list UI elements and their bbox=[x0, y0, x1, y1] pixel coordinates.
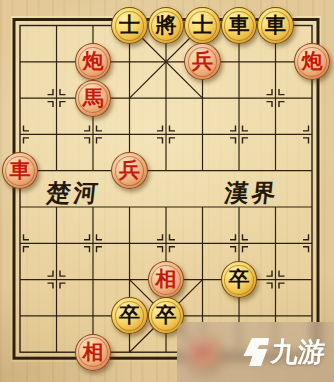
board-point-0-3 bbox=[2, 116, 39, 152]
jiuyou-g-logo-icon bbox=[241, 337, 270, 367]
board-point-1-7 bbox=[38, 261, 75, 297]
river-label-chu-he: 楚河 bbox=[46, 177, 103, 203]
board-point-2-1: 炮 bbox=[75, 44, 112, 80]
piece-character: 馬 bbox=[83, 87, 104, 108]
board-point-0-5 bbox=[2, 189, 39, 225]
board-point-3-9 bbox=[111, 334, 148, 370]
board-point-6-0: 車 bbox=[221, 7, 258, 43]
board-point-3-8: 卒 bbox=[111, 298, 148, 334]
board-point-4-3 bbox=[148, 116, 185, 152]
board-point-1-1 bbox=[38, 44, 75, 80]
board-point-3-2 bbox=[111, 80, 148, 116]
piece-character: 相 bbox=[156, 268, 177, 289]
board-point-2-7 bbox=[75, 261, 112, 297]
board-point-8-1: 炮 bbox=[294, 44, 331, 80]
board-point-0-6 bbox=[2, 225, 39, 261]
piece-character: 兵 bbox=[192, 50, 213, 71]
piece-character: 將 bbox=[156, 14, 177, 35]
board-point-0-9 bbox=[2, 334, 39, 370]
piece-character: 相 bbox=[83, 341, 104, 362]
board-point-4-0: 將 bbox=[148, 7, 185, 43]
board-point-0-0 bbox=[2, 7, 39, 43]
board-point-6-6 bbox=[221, 225, 258, 261]
piece-black-advisor[interactable]: 士 bbox=[111, 7, 148, 44]
board-point-7-6 bbox=[257, 225, 294, 261]
board-point-1-8 bbox=[38, 298, 75, 334]
board-point-4-5 bbox=[148, 189, 185, 225]
board-point-0-7 bbox=[2, 261, 39, 297]
board-point-3-5 bbox=[111, 189, 148, 225]
board-point-4-7: 相 bbox=[148, 261, 185, 297]
board-point-0-2 bbox=[2, 80, 39, 116]
piece-black-soldier[interactable]: 卒 bbox=[111, 297, 148, 334]
piece-character: 車 bbox=[10, 159, 31, 180]
piece-character: 車 bbox=[229, 14, 250, 35]
piece-red-elephant[interactable]: 相 bbox=[75, 334, 112, 371]
piece-character: 卒 bbox=[119, 304, 140, 325]
board-point-7-7 bbox=[257, 261, 294, 297]
piece-character: 卒 bbox=[156, 304, 177, 325]
piece-character: 士 bbox=[192, 14, 213, 35]
board-point-2-6 bbox=[75, 225, 112, 261]
board-point-4-4 bbox=[148, 153, 185, 189]
piece-red-cannon[interactable]: 炮 bbox=[294, 43, 331, 80]
board-point-6-7: 卒 bbox=[221, 261, 258, 297]
board-point-4-2 bbox=[148, 80, 185, 116]
board-point-2-8 bbox=[75, 298, 112, 334]
piece-red-horse[interactable]: 馬 bbox=[75, 80, 112, 117]
board-point-4-1 bbox=[148, 44, 185, 80]
board-point-8-4 bbox=[294, 153, 331, 189]
board-point-3-7 bbox=[111, 261, 148, 297]
piece-character: 士 bbox=[119, 14, 140, 35]
piece-red-soldier[interactable]: 兵 bbox=[111, 152, 148, 189]
board-point-7-1 bbox=[257, 44, 294, 80]
board-point-5-1: 兵 bbox=[184, 44, 221, 80]
board-point-7-0: 車 bbox=[257, 7, 294, 43]
board-point-5-4 bbox=[184, 153, 221, 189]
board-point-3-1 bbox=[111, 44, 148, 80]
board-point-8-0 bbox=[294, 7, 331, 43]
board-point-8-2 bbox=[294, 80, 331, 116]
board-point-5-2 bbox=[184, 80, 221, 116]
piece-black-chariot[interactable]: 車 bbox=[221, 7, 258, 44]
board-point-3-4: 兵 bbox=[111, 153, 148, 189]
river-label-han-jie: 漢界 bbox=[224, 177, 281, 203]
board-point-1-6 bbox=[38, 225, 75, 261]
piece-black-chariot[interactable]: 車 bbox=[257, 7, 294, 44]
piece-character: 炮 bbox=[302, 50, 323, 71]
piece-black-advisor[interactable]: 士 bbox=[184, 7, 221, 44]
board-point-3-3 bbox=[111, 116, 148, 152]
board-point-5-7 bbox=[184, 261, 221, 297]
xiangqi-screenshot: 楚河 漢界 士將士車車炮兵炮馬車兵相卒卒卒相帥 九游 bbox=[0, 0, 334, 382]
piece-character: 炮 bbox=[83, 50, 104, 71]
board-point-0-1 bbox=[2, 44, 39, 80]
piece-black-soldier[interactable]: 卒 bbox=[221, 261, 258, 298]
board-point-7-2 bbox=[257, 80, 294, 116]
piece-black-general[interactable]: 將 bbox=[148, 7, 185, 44]
board-point-5-6 bbox=[184, 225, 221, 261]
board-point-7-3 bbox=[257, 116, 294, 152]
board-point-8-6 bbox=[294, 225, 331, 261]
watermark-overlay: 九游 bbox=[177, 322, 334, 382]
board-point-2-9: 相 bbox=[75, 334, 112, 370]
board-point-1-0 bbox=[38, 7, 75, 43]
piece-red-cannon[interactable]: 炮 bbox=[75, 43, 112, 80]
board-point-8-5 bbox=[294, 189, 331, 225]
board-point-3-6 bbox=[111, 225, 148, 261]
board-point-4-6 bbox=[148, 225, 185, 261]
piece-red-chariot[interactable]: 車 bbox=[2, 152, 39, 189]
board-point-6-2 bbox=[221, 80, 258, 116]
board-point-5-5 bbox=[184, 189, 221, 225]
board-point-6-1 bbox=[221, 44, 258, 80]
board-point-8-3 bbox=[294, 116, 331, 152]
board-point-8-7 bbox=[294, 261, 331, 297]
watermark-site-name: 九游 bbox=[270, 339, 326, 366]
board-point-2-2: 馬 bbox=[75, 80, 112, 116]
board-point-2-0 bbox=[75, 7, 112, 43]
board-point-5-0: 士 bbox=[184, 7, 221, 43]
board-point-6-3 bbox=[221, 116, 258, 152]
board-point-0-4: 車 bbox=[2, 153, 39, 189]
piece-red-elephant[interactable]: 相 bbox=[148, 261, 185, 298]
board-point-1-9 bbox=[38, 334, 75, 370]
piece-character: 卒 bbox=[229, 268, 250, 289]
piece-character: 車 bbox=[265, 14, 286, 35]
board-point-1-2 bbox=[38, 80, 75, 116]
board-point-5-3 bbox=[184, 116, 221, 152]
board-point-1-3 bbox=[38, 116, 75, 152]
board-point-3-0: 士 bbox=[111, 7, 148, 43]
board-point-2-3 bbox=[75, 116, 112, 152]
piece-character: 兵 bbox=[119, 159, 140, 180]
piece-red-soldier[interactable]: 兵 bbox=[184, 43, 221, 80]
board-point-0-8 bbox=[2, 298, 39, 334]
